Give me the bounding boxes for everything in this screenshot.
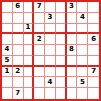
cell-r8c6[interactable] [56,77,67,88]
cell-r2c1[interactable] [2,13,13,24]
cell-r8c5[interactable]: 4 [45,77,56,88]
cell-r3c1[interactable] [2,24,13,35]
cell-r3c9[interactable] [88,24,99,35]
cell-r9c3[interactable] [24,88,35,99]
cell-r2c6[interactable] [56,13,67,24]
cell-r7c7[interactable] [67,67,78,78]
cell-r8c4[interactable] [34,77,45,88]
cell-r8c2[interactable] [13,77,24,88]
cell-r3c4[interactable] [34,24,45,35]
cell-r8c3[interactable] [24,77,35,88]
cell-r5c2[interactable] [13,45,24,56]
cell-r8c1[interactable] [2,77,13,88]
cell-r3c6[interactable] [56,24,67,35]
cell-r4c9[interactable]: 6 [88,34,99,45]
cell-r7c9[interactable]: 7 [88,67,99,78]
cell-r2c9[interactable] [88,13,99,24]
cell-r4c8[interactable] [77,34,88,45]
cell-r9c1[interactable] [2,88,13,99]
cell-r1c2[interactable]: 6 [13,2,24,13]
cell-r5c7[interactable]: 8 [67,45,78,56]
cell-r1c6[interactable] [56,2,67,13]
cell-r7c2[interactable]: 2 [13,67,24,78]
cell-r1c8[interactable] [77,2,88,13]
cell-r3c7[interactable] [67,24,78,35]
cell-r2c3[interactable] [24,13,35,24]
cell-r6c2[interactable] [13,56,24,67]
cell-r5c5[interactable] [45,45,56,56]
cell-r9c7[interactable] [67,88,78,99]
cell-r4c6[interactable] [56,34,67,45]
cell-r6c7[interactable] [67,56,78,67]
cell-r6c3[interactable] [24,56,35,67]
cell-r7c5[interactable] [45,67,56,78]
cell-r5c1[interactable]: 4 [2,45,13,56]
cell-r5c6[interactable] [56,45,67,56]
cell-r7c1[interactable]: 1 [2,67,13,78]
cell-r8c7[interactable] [67,77,78,88]
cell-r4c2[interactable] [13,34,24,45]
cell-r7c6[interactable] [56,67,67,78]
cell-r4c1[interactable] [2,34,13,45]
cell-r4c5[interactable] [45,34,56,45]
cell-r4c7[interactable] [67,34,78,45]
cell-r6c1[interactable]: 5 [2,56,13,67]
cell-r2c7[interactable] [67,13,78,24]
sudoku-board: 67334126485127457 [0,0,101,101]
cell-r9c6[interactable] [56,88,67,99]
cell-r2c5[interactable]: 3 [45,13,56,24]
cell-r3c8[interactable] [77,24,88,35]
cell-r7c8[interactable] [77,67,88,78]
cell-r9c9[interactable] [88,88,99,99]
cell-r5c4[interactable] [34,45,45,56]
cell-r7c4[interactable] [34,67,45,78]
cell-r4c3[interactable] [24,34,35,45]
cell-r9c8[interactable] [77,88,88,99]
cell-r5c8[interactable] [77,45,88,56]
cell-r1c1[interactable] [2,2,13,13]
cell-r8c8[interactable]: 5 [77,77,88,88]
cell-r2c8[interactable]: 4 [77,13,88,24]
cell-r3c2[interactable] [13,24,24,35]
cell-r3c5[interactable] [45,24,56,35]
cell-r8c9[interactable] [88,77,99,88]
cell-r2c4[interactable] [34,13,45,24]
cell-r6c6[interactable] [56,56,67,67]
cell-r1c3[interactable] [24,2,35,13]
cell-r1c4[interactable]: 7 [34,2,45,13]
cell-r9c2[interactable]: 7 [13,88,24,99]
cell-r2c2[interactable] [13,13,24,24]
cell-r3c3[interactable]: 1 [24,24,35,35]
cell-r9c4[interactable] [34,88,45,99]
cell-r9c5[interactable] [45,88,56,99]
cell-r1c7[interactable]: 3 [67,2,78,13]
cell-r5c3[interactable] [24,45,35,56]
cell-r4c4[interactable]: 2 [34,34,45,45]
cell-r6c4[interactable] [34,56,45,67]
cell-r5c9[interactable] [88,45,99,56]
cell-r7c3[interactable] [24,67,35,78]
cell-r1c5[interactable] [45,2,56,13]
cell-r6c5[interactable] [45,56,56,67]
cell-r6c9[interactable] [88,56,99,67]
cell-r6c8[interactable] [77,56,88,67]
cell-r1c9[interactable] [88,2,99,13]
